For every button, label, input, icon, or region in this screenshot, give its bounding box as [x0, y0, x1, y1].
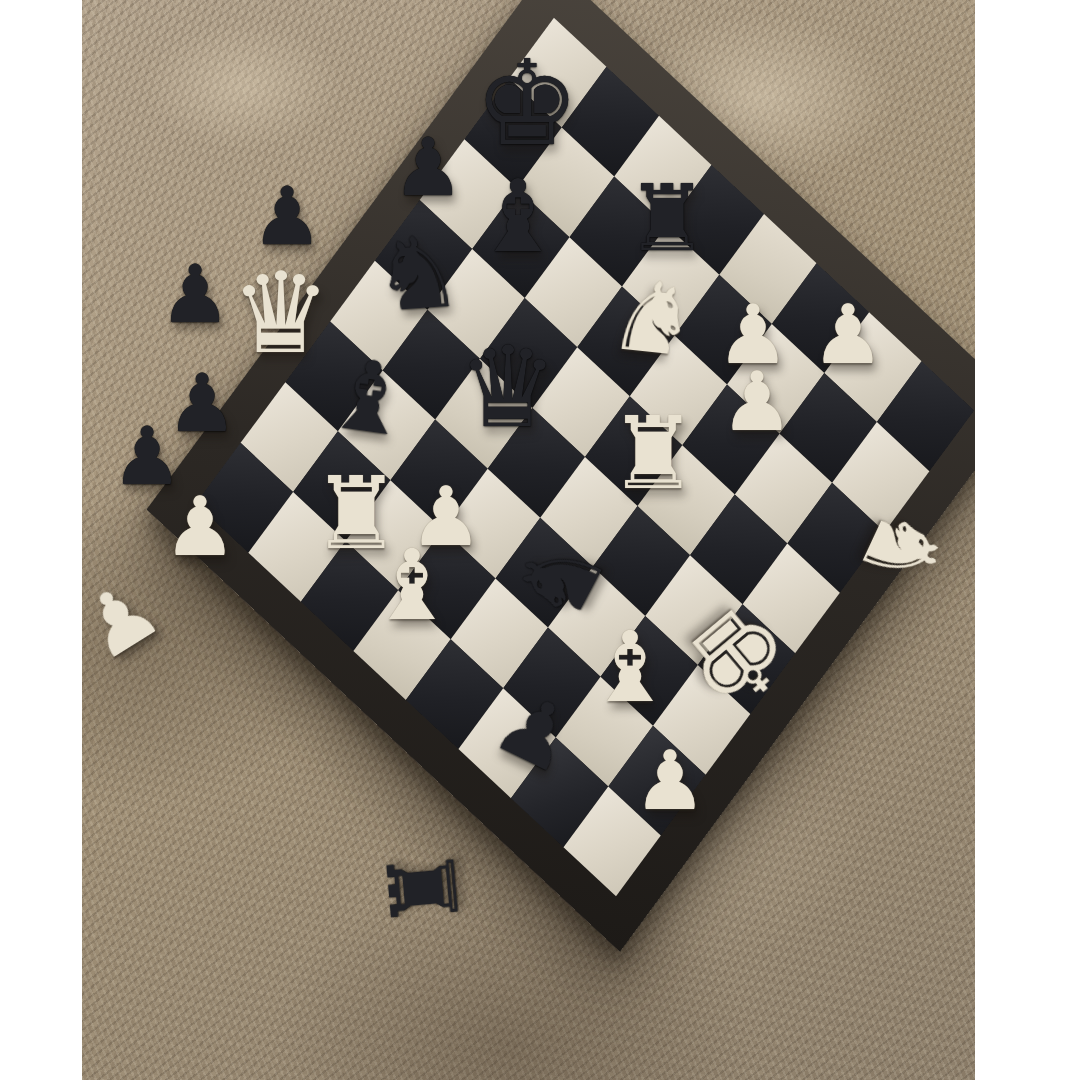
piece-black-king-b8: ♚	[474, 44, 580, 162]
piece-white-rook-f5: ♜	[608, 404, 698, 504]
piece-white-pawn-g6: ♟	[720, 361, 794, 443]
screenshot-root: { "game": "chess", "scene": { "descripti…	[0, 0, 1080, 1080]
piece-black-bishop-c3: ♝	[319, 342, 420, 451]
piece-black-rook-g1: ♜	[375, 843, 474, 933]
piece-white-pawn-h2: ♟	[633, 740, 707, 822]
piece-white-pawn-h8: ♟	[811, 294, 885, 376]
piece-black-rook-e8: ♜	[626, 173, 708, 265]
piece-black-knight-b5: ♞	[370, 221, 466, 327]
piece-black-pawn-a7: ♟	[392, 128, 464, 208]
piece-black-pawn-a5: ♟	[251, 177, 323, 257]
piece-white-bishop-e2: ♝	[368, 536, 456, 634]
piece-black-bishop-c7: ♝	[473, 167, 563, 267]
piece-black-queen-d5: ♛	[458, 331, 558, 443]
piece-white-queen-a3: ♛	[231, 257, 331, 369]
piece-white-pawn-b1: ♟	[163, 486, 237, 568]
piece-white-knight-e6: ♞	[604, 265, 702, 372]
piece-white-bishop-h3: ♝	[586, 618, 674, 716]
piece-black-pawn-a4: ♟	[159, 255, 231, 335]
